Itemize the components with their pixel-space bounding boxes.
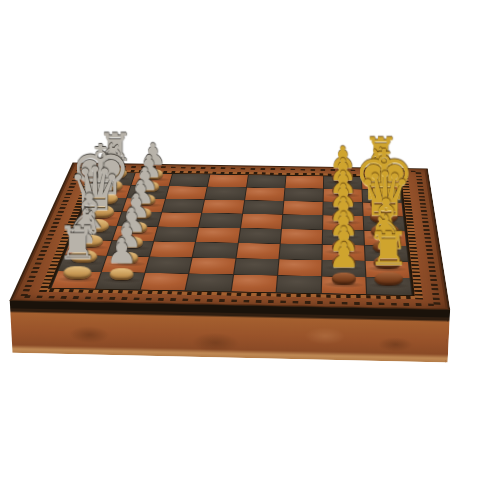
border-stitch-right	[416, 172, 441, 305]
square-d6[interactable]	[155, 227, 199, 242]
square-a6[interactable]	[141, 273, 188, 290]
chess-board: ♜♟♟♜♞♟♟♞♝♟♟♝♚♟♟♚♛♟♟♛♝♟♟♝♞♟♟♞♜♟♟♜	[12, 163, 448, 309]
square-e5[interactable]	[200, 213, 242, 227]
square-e4[interactable]	[241, 214, 282, 229]
square-g4[interactable]	[245, 188, 284, 201]
square-a4[interactable]	[231, 275, 276, 293]
square-h4[interactable]	[247, 175, 286, 188]
box-front-side	[10, 300, 450, 362]
square-c3[interactable]	[279, 244, 321, 260]
piece-glyph: ♟	[328, 238, 359, 273]
square-f4[interactable]	[243, 201, 283, 215]
square-d4[interactable]	[238, 228, 280, 243]
piece-glyph: ♟	[106, 233, 137, 268]
square-g5[interactable]	[205, 187, 245, 200]
piece-black-pawn-a7[interactable]: ♟	[95, 230, 147, 280]
piece-base	[109, 268, 133, 280]
piece-glyph: ♜	[57, 221, 98, 266]
square-b5[interactable]	[190, 258, 235, 275]
square-h6[interactable]	[170, 174, 210, 187]
piece-glyph: ♜	[368, 226, 409, 272]
scene: ♜♟♟♜♞♟♟♞♝♟♟♝♚♟♟♚♛♟♟♛♝♟♟♝♞♟♟♞♜♟♟♜	[0, 0, 480, 480]
square-h3[interactable]	[285, 176, 323, 189]
chess-set-photo: ♜♟♟♜♞♟♟♞♝♟♟♝♚♟♟♚♛♟♟♛♝♟♟♝♞♟♟♞♜♟♟♜	[0, 0, 480, 480]
square-e6[interactable]	[159, 213, 202, 227]
square-a3[interactable]	[276, 276, 321, 294]
piece-base	[63, 266, 91, 279]
square-h5[interactable]	[208, 175, 247, 188]
piece-white-rook-a1[interactable]: ♜	[362, 220, 414, 285]
square-a5[interactable]	[186, 274, 232, 291]
square-d5[interactable]	[196, 227, 239, 242]
piece-base	[331, 272, 355, 284]
piece-base	[374, 272, 402, 285]
